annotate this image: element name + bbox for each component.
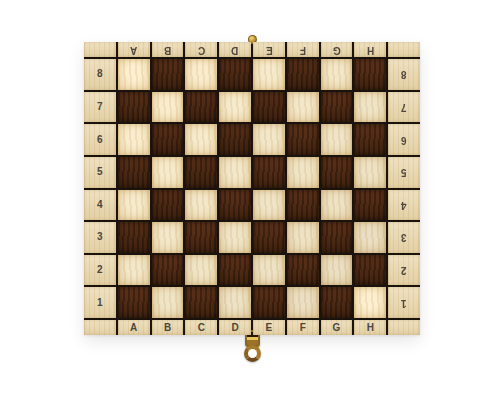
rank-label-right-6: 6 [388, 124, 420, 155]
file-label-bottom-c: C [185, 320, 217, 335]
square-a3[interactable] [118, 222, 150, 253]
coordinate-label: B [164, 45, 171, 55]
square-a5[interactable] [118, 157, 150, 188]
square-f5[interactable] [287, 157, 319, 188]
square-d4[interactable] [219, 190, 251, 221]
coordinate-label: A [130, 45, 137, 55]
square-d5[interactable] [219, 157, 251, 188]
square-d2[interactable] [219, 255, 251, 286]
file-label-top-b: B [152, 42, 184, 57]
coordinate-label: 5 [97, 167, 103, 177]
square-g3[interactable] [321, 222, 353, 253]
coordinate-label: 3 [97, 232, 103, 242]
square-f4[interactable] [287, 190, 319, 221]
square-e3[interactable] [253, 222, 285, 253]
chess-board: ABCDEFGH8877665544332211ABCDEFGH [84, 42, 420, 335]
square-h8[interactable] [354, 59, 386, 90]
square-g5[interactable] [321, 157, 353, 188]
square-f7[interactable] [287, 92, 319, 123]
square-c1[interactable] [185, 287, 217, 318]
square-e5[interactable] [253, 157, 285, 188]
frame-corner [388, 320, 420, 335]
rank-label-right-1: 1 [388, 287, 420, 318]
coordinate-label: H [367, 323, 374, 333]
square-h3[interactable] [354, 222, 386, 253]
square-f3[interactable] [287, 222, 319, 253]
square-h5[interactable] [354, 157, 386, 188]
rank-label-right-7: 7 [388, 92, 420, 123]
square-e1[interactable] [253, 287, 285, 318]
frame-corner [84, 320, 116, 335]
square-d7[interactable] [219, 92, 251, 123]
coordinate-label: 7 [401, 102, 407, 112]
file-label-top-g: G [321, 42, 353, 57]
square-b6[interactable] [152, 124, 184, 155]
rank-label-right-8: 8 [388, 59, 420, 90]
file-label-bottom-b: B [152, 320, 184, 335]
square-g8[interactable] [321, 59, 353, 90]
coordinate-label: H [367, 45, 374, 55]
square-e8[interactable] [253, 59, 285, 90]
square-b2[interactable] [152, 255, 184, 286]
rank-label-left-3: 3 [84, 222, 116, 253]
file-label-bottom-d: D [219, 320, 251, 335]
square-d3[interactable] [219, 222, 251, 253]
coordinate-label: G [333, 45, 341, 55]
square-d1[interactable] [219, 287, 251, 318]
rank-label-right-4: 4 [388, 190, 420, 221]
rank-label-left-7: 7 [84, 92, 116, 123]
coordinate-label: 7 [97, 102, 103, 112]
square-h2[interactable] [354, 255, 386, 286]
file-label-top-a: A [118, 42, 150, 57]
rank-label-left-4: 4 [84, 190, 116, 221]
square-g7[interactable] [321, 92, 353, 123]
square-h6[interactable] [354, 124, 386, 155]
coordinate-label: E [266, 45, 273, 55]
coordinate-label: D [231, 323, 238, 333]
file-label-bottom-h: H [354, 320, 386, 335]
frame-corner [84, 42, 116, 57]
file-label-top-c: C [185, 42, 217, 57]
file-label-bottom-f: F [287, 320, 319, 335]
coordinate-label: B [164, 323, 171, 333]
square-d8[interactable] [219, 59, 251, 90]
square-f6[interactable] [287, 124, 319, 155]
coordinate-label: C [198, 323, 205, 333]
coordinate-label: 4 [401, 200, 407, 210]
coordinate-label: 2 [97, 265, 103, 275]
rank-label-left-5: 5 [84, 157, 116, 188]
square-h4[interactable] [354, 190, 386, 221]
rank-label-right-3: 3 [388, 222, 420, 253]
square-a4[interactable] [118, 190, 150, 221]
square-e6[interactable] [253, 124, 285, 155]
rank-label-left-6: 6 [84, 124, 116, 155]
square-e4[interactable] [253, 190, 285, 221]
file-label-top-d: D [219, 42, 251, 57]
square-g1[interactable] [321, 287, 353, 318]
file-label-top-e: E [253, 42, 285, 57]
square-e7[interactable] [253, 92, 285, 123]
square-g4[interactable] [321, 190, 353, 221]
file-label-bottom-e: E [253, 320, 285, 335]
coordinate-label: E [266, 323, 273, 333]
coordinate-label: 6 [97, 135, 103, 145]
coordinate-label: C [198, 45, 205, 55]
product-photo: ABCDEFGH8877665544332211ABCDEFGH [0, 0, 500, 400]
coordinate-label: 6 [401, 135, 407, 145]
square-a7[interactable] [118, 92, 150, 123]
file-label-top-f: F [287, 42, 319, 57]
frame-corner [388, 42, 420, 57]
square-c8[interactable] [185, 59, 217, 90]
square-h1[interactable] [354, 287, 386, 318]
square-c3[interactable] [185, 222, 217, 253]
coordinate-label: 1 [97, 298, 103, 308]
coordinate-label: A [130, 323, 137, 333]
coordinate-label: D [231, 45, 238, 55]
square-d6[interactable] [219, 124, 251, 155]
square-g6[interactable] [321, 124, 353, 155]
square-b4[interactable] [152, 190, 184, 221]
square-e2[interactable] [253, 255, 285, 286]
square-g2[interactable] [321, 255, 353, 286]
square-f8[interactable] [287, 59, 319, 90]
file-label-bottom-a: A [118, 320, 150, 335]
square-b1[interactable] [152, 287, 184, 318]
square-c7[interactable] [185, 92, 217, 123]
rank-label-right-2: 2 [388, 255, 420, 286]
rank-label-left-2: 2 [84, 255, 116, 286]
rank-label-right-5: 5 [388, 157, 420, 188]
coordinate-label: G [333, 323, 341, 333]
coordinate-label: 5 [401, 167, 407, 177]
coordinate-label: 2 [401, 265, 407, 275]
coordinate-label: 3 [401, 232, 407, 242]
coordinate-label: F [300, 45, 306, 55]
file-label-bottom-g: G [321, 320, 353, 335]
coordinate-label: 8 [97, 69, 103, 79]
square-f1[interactable] [287, 287, 319, 318]
square-f2[interactable] [287, 255, 319, 286]
square-c5[interactable] [185, 157, 217, 188]
square-c2[interactable] [185, 255, 217, 286]
file-label-top-h: H [354, 42, 386, 57]
square-c4[interactable] [185, 190, 217, 221]
clasp-ring-icon [244, 345, 261, 362]
coordinate-label: F [300, 323, 306, 333]
coordinate-label: 4 [97, 200, 103, 210]
square-b7[interactable] [152, 92, 184, 123]
rank-label-left-8: 8 [84, 59, 116, 90]
square-b8[interactable] [152, 59, 184, 90]
rank-label-left-1: 1 [84, 287, 116, 318]
square-a2[interactable] [118, 255, 150, 286]
square-a6[interactable] [118, 124, 150, 155]
square-a8[interactable] [118, 59, 150, 90]
coordinate-label: 8 [401, 69, 407, 79]
square-a1[interactable] [118, 287, 150, 318]
coordinate-label: 1 [401, 298, 407, 308]
square-b3[interactable] [152, 222, 184, 253]
square-h7[interactable] [354, 92, 386, 123]
square-c6[interactable] [185, 124, 217, 155]
square-b5[interactable] [152, 157, 184, 188]
